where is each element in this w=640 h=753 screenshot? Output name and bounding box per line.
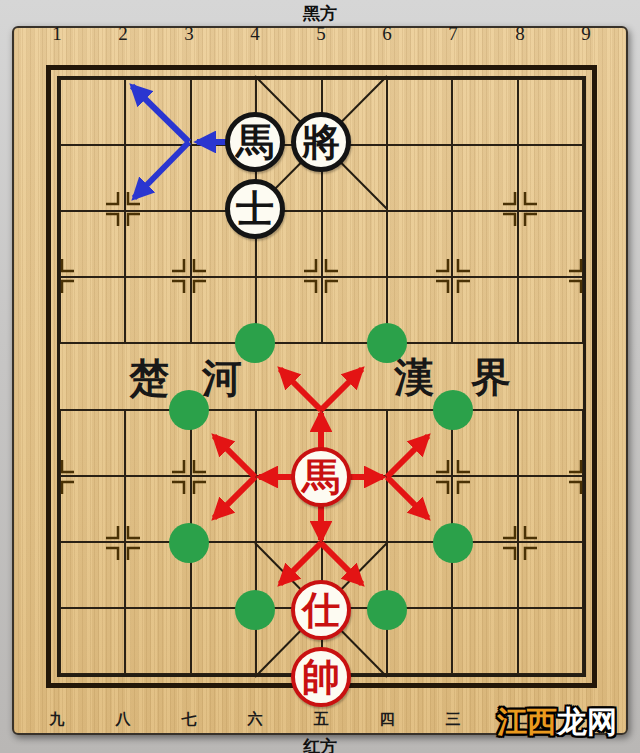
river-character: 楚 (129, 351, 169, 406)
grid-cell (125, 608, 190, 674)
grid-cell (60, 542, 125, 608)
grid-cell (387, 608, 452, 674)
grid-cell (452, 410, 517, 476)
grid-cell (452, 79, 517, 145)
piece-red-advisor[interactable]: 仕 (291, 580, 351, 640)
grid-cell (191, 476, 256, 542)
grid-cell (387, 277, 452, 343)
file-number-top: 2 (118, 23, 128, 45)
grid-cell (518, 211, 583, 277)
grid-cell (387, 476, 452, 542)
grid-cell (518, 608, 583, 674)
piece-black-horse[interactable]: 馬 (225, 112, 285, 172)
file-number-top: 7 (448, 23, 458, 45)
grid-cell (452, 476, 517, 542)
grid-cell (452, 145, 517, 211)
river-character: 界 (471, 350, 511, 405)
grid-cell (518, 277, 583, 343)
grid-cell (518, 410, 583, 476)
river-cell (60, 343, 125, 409)
file-number-bottom: 八 (116, 710, 131, 729)
file-number-bottom: 五 (314, 710, 329, 729)
grid-cell (452, 211, 517, 277)
river-cell (518, 343, 583, 409)
file-number-bottom: 七 (182, 710, 197, 729)
grid-cell (60, 608, 125, 674)
file-number-top: 9 (581, 23, 591, 45)
grid-cell (452, 608, 517, 674)
file-number-top: 5 (316, 23, 326, 45)
grid-cell (125, 277, 190, 343)
grid-cell (452, 542, 517, 608)
file-number-top: 4 (250, 23, 260, 45)
grid-cell (387, 410, 452, 476)
grid-cell (387, 211, 452, 277)
grid-cell (191, 542, 256, 608)
grid-cell (125, 542, 190, 608)
grid-cell (322, 211, 387, 277)
grid-cell (518, 145, 583, 211)
grid-cell (256, 277, 321, 343)
piece-black-advisor[interactable]: 士 (225, 179, 285, 239)
grid-cell (125, 476, 190, 542)
grid-cell (60, 277, 125, 343)
grid-cell (60, 211, 125, 277)
river-cell (256, 343, 321, 409)
river-character: 漢 (394, 350, 434, 405)
grid-cell (60, 476, 125, 542)
grid-cell (322, 277, 387, 343)
watermark: 江西龙网 (497, 702, 617, 743)
river-cell (322, 343, 387, 409)
grid-cell (452, 277, 517, 343)
file-number-top: 1 (52, 23, 62, 45)
grid-cell (387, 79, 452, 145)
grid-cell (60, 410, 125, 476)
file-number-top: 8 (515, 23, 525, 45)
file-number-bottom: 四 (380, 710, 395, 729)
piece-black-general[interactable]: 將 (291, 112, 351, 172)
file-number-top: 6 (382, 23, 392, 45)
grid-cell (125, 79, 190, 145)
grid-cell (518, 79, 583, 145)
grid-cell (60, 145, 125, 211)
piece-red-horse[interactable]: 馬 (291, 447, 351, 507)
grid-cell (191, 410, 256, 476)
file-number-bottom: 九 (50, 710, 65, 729)
file-number-top: 3 (184, 23, 194, 45)
grid-cell (387, 542, 452, 608)
grid-cell (518, 542, 583, 608)
watermark-part1: 江西 (497, 704, 557, 739)
grid-cell (518, 476, 583, 542)
black-side-label: 黑方 (0, 2, 640, 25)
grid-cell (125, 145, 190, 211)
watermark-part2: 龙网 (557, 704, 617, 739)
grid-cell (60, 79, 125, 145)
piece-red-king[interactable]: 帥 (291, 647, 351, 707)
file-number-bottom: 六 (248, 710, 263, 729)
grid-cell (125, 410, 190, 476)
grid-cell (125, 211, 190, 277)
grid-cell (387, 145, 452, 211)
grid-cell (191, 608, 256, 674)
grid-cell (191, 277, 256, 343)
file-number-bottom: 三 (446, 710, 461, 729)
river-character: 河 (202, 351, 242, 406)
